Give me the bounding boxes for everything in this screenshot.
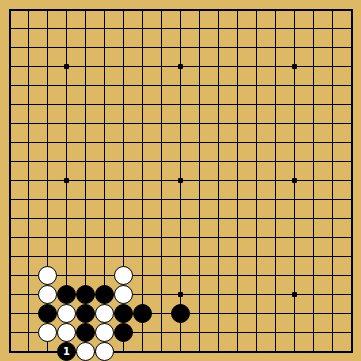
white-stone [38, 323, 57, 342]
black-stone [76, 323, 95, 342]
white-stone [114, 266, 133, 285]
white-stone [38, 285, 57, 304]
black-stone: 1 [57, 342, 76, 361]
black-stone [57, 285, 76, 304]
black-stone [38, 304, 57, 323]
stones-layer: 1 [0, 0, 361, 361]
black-stone [95, 285, 114, 304]
white-stone [76, 342, 95, 361]
white-stone [57, 304, 76, 323]
black-stone [76, 304, 95, 323]
white-stone [95, 304, 114, 323]
black-stone [114, 323, 133, 342]
black-stone [76, 285, 95, 304]
white-stone [95, 323, 114, 342]
white-stone [95, 342, 114, 361]
black-stone [133, 304, 152, 323]
black-stone [171, 304, 190, 323]
white-stone [38, 266, 57, 285]
white-stone [57, 323, 76, 342]
black-stone [114, 304, 133, 323]
go-board: 1 [0, 0, 361, 361]
white-stone [114, 285, 133, 304]
move-number-label: 1 [63, 347, 70, 357]
